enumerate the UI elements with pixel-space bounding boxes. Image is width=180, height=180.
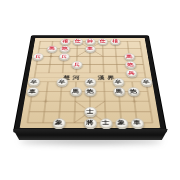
- piece-character: 車: [87, 47, 93, 51]
- red-soldier-piece[interactable]: 兵: [32, 53, 44, 60]
- piece-character: 兵: [73, 62, 79, 66]
- red-advisor-piece[interactable]: 仕: [72, 38, 82, 44]
- red-horse-piece[interactable]: 馬: [46, 45, 57, 51]
- piece-character: 兵: [61, 54, 67, 58]
- black-soldier-piece[interactable]: 卒: [84, 78, 96, 86]
- black-chariot-piece[interactable]: 車: [26, 87, 39, 95]
- black-soldier-piece[interactable]: 卒: [112, 78, 124, 86]
- piece-character: 相: [112, 39, 118, 43]
- piece-character: 卒: [30, 79, 37, 84]
- black-advisor-piece[interactable]: 士: [84, 107, 97, 116]
- black-horse-piece[interactable]: 馬: [70, 87, 82, 95]
- black-soldier-piece[interactable]: 卒: [140, 78, 153, 86]
- piece-character: 兵: [128, 71, 135, 75]
- board-frame-front: [13, 129, 168, 140]
- red-soldier-piece[interactable]: 兵: [58, 53, 69, 60]
- piece-character: 兵: [34, 54, 41, 58]
- piece-character: 卒: [58, 79, 65, 84]
- piece-character: 卒: [143, 79, 150, 84]
- piece-character: 帥: [87, 39, 93, 43]
- black-cannon-piece[interactable]: 炮: [127, 87, 140, 95]
- piece-character: 車: [29, 89, 36, 94]
- piece-character: 車: [133, 120, 141, 126]
- xiangqi-board: 楚河 漢界 相仕帥仕相馬炮車兵兵馬兵炮兵卒卒卒卒卒車馬炮馬炮士象將士象車: [14, 36, 166, 132]
- piece-character: 炮: [87, 89, 94, 94]
- piece-character: 士: [102, 120, 110, 126]
- board-surface: 楚河 漢界 相仕帥仕相馬炮車兵兵馬兵炮兵卒卒卒卒卒車馬炮馬炮士象將士象車: [20, 38, 161, 128]
- piece-character: 卒: [115, 79, 122, 84]
- red-cannon-piece[interactable]: 炮: [59, 45, 70, 51]
- piece-character: 將: [86, 120, 93, 126]
- piece-character: 炮: [127, 62, 134, 66]
- product-photo-canvas: 楚河 漢界 相仕帥仕相馬炮車兵兵馬兵炮兵卒卒卒卒卒車馬炮馬炮士象將士象車: [0, 0, 180, 180]
- red-soldier-piece[interactable]: 兵: [71, 61, 82, 68]
- red-cannon-piece[interactable]: 炮: [124, 61, 136, 68]
- black-elephant-piece[interactable]: 象: [52, 118, 65, 128]
- black-soldier-piece[interactable]: 卒: [27, 78, 40, 86]
- red-advisor-piece[interactable]: 仕: [97, 38, 107, 44]
- piece-character: 仕: [75, 39, 81, 43]
- piece-character: 仕: [99, 39, 105, 43]
- black-general-piece[interactable]: 將: [84, 118, 97, 128]
- piece-character: 士: [86, 109, 93, 114]
- black-advisor-piece[interactable]: 士: [99, 118, 112, 128]
- red-soldier-piece[interactable]: 兵: [125, 69, 137, 77]
- piece-character: 馬: [115, 89, 122, 94]
- piece-character: 馬: [126, 54, 133, 58]
- red-chariot-piece[interactable]: 車: [85, 45, 95, 51]
- piece-character: 馬: [49, 47, 55, 51]
- red-elephant-piece[interactable]: 相: [60, 38, 71, 44]
- black-elephant-piece[interactable]: 象: [115, 118, 128, 128]
- piece-character: 卒: [87, 79, 94, 84]
- piece-character: 象: [117, 120, 125, 126]
- black-chariot-piece[interactable]: 車: [130, 118, 144, 128]
- piece-character: 相: [62, 39, 68, 43]
- piece-character: 炮: [130, 89, 137, 94]
- red-general-piece[interactable]: 帥: [85, 38, 95, 44]
- black-soldier-piece[interactable]: 卒: [56, 78, 68, 86]
- piece-grid: 相仕帥仕相馬炮車兵兵馬兵炮兵卒卒卒卒卒車馬炮馬炮士象將士象車: [19, 38, 162, 129]
- black-horse-piece[interactable]: 馬: [113, 87, 125, 95]
- piece-character: 象: [55, 120, 63, 126]
- red-elephant-piece[interactable]: 相: [110, 38, 121, 44]
- piece-character: 馬: [72, 89, 79, 94]
- black-cannon-piece[interactable]: 炮: [84, 87, 96, 95]
- red-horse-piece[interactable]: 馬: [123, 53, 134, 60]
- piece-character: 炮: [61, 47, 67, 51]
